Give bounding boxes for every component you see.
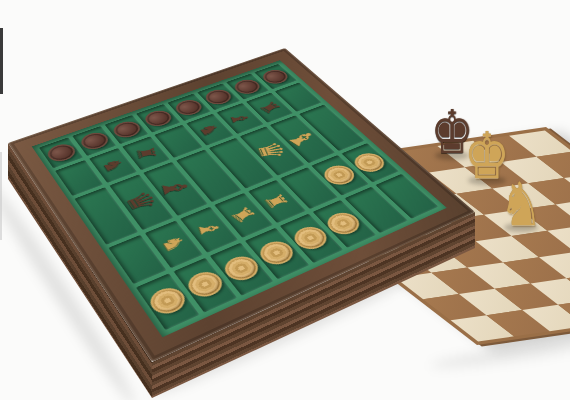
stored-light-pawn-disc[interactable] bbox=[289, 223, 333, 253]
stored-dark-pawn-disc[interactable] bbox=[43, 141, 78, 164]
stored-light-pawn-disc[interactable] bbox=[145, 284, 191, 319]
tray-piece-dark-rook-lying[interactable]: ♜ bbox=[255, 99, 284, 116]
tray-piece-dark-bishop-lying[interactable]: ♝ bbox=[156, 176, 194, 200]
standing-piece-light-knight[interactable]: ♞ bbox=[497, 174, 545, 234]
stored-dark-pawn-disc[interactable] bbox=[77, 130, 112, 152]
stored-dark-pawn-disc[interactable] bbox=[259, 67, 292, 86]
tray-piece-light-bishop-lying[interactable]: ♝ bbox=[194, 219, 224, 239]
board-shadow bbox=[430, 337, 570, 372]
stored-dark-pawn-disc[interactable] bbox=[201, 87, 235, 107]
scene-photo: ♞♜♞♝♜♛♝♛♝♞♝♜♜ ♚♚♞ bbox=[0, 0, 570, 400]
tray-piece-dark-knight-lying[interactable]: ♞ bbox=[195, 121, 224, 138]
stored-dark-pawn-disc[interactable] bbox=[109, 119, 144, 141]
tray-piece-dark-rook-lying[interactable]: ♜ bbox=[133, 145, 159, 161]
tray-piece-light-rook-lying[interactable]: ♜ bbox=[260, 191, 292, 212]
stored-light-pawn-disc[interactable] bbox=[322, 209, 365, 238]
tray-piece-light-rook-lying[interactable]: ♜ bbox=[226, 204, 259, 226]
stored-dark-pawn-disc[interactable] bbox=[172, 97, 206, 117]
stored-dark-pawn-disc[interactable] bbox=[141, 108, 175, 129]
stored-light-pawn-disc[interactable] bbox=[254, 237, 298, 268]
stored-dark-pawn-disc[interactable] bbox=[230, 77, 264, 96]
tray-piece-dark-knight-lying[interactable]: ♞ bbox=[98, 156, 128, 175]
photo-edge-artifact-smudge bbox=[0, 152, 2, 240]
tray-piece-light-knight-lying[interactable]: ♞ bbox=[157, 232, 190, 255]
tray-piece-dark-bishop-lying[interactable]: ♝ bbox=[227, 111, 253, 126]
stored-light-pawn-disc[interactable] bbox=[219, 252, 264, 284]
stored-light-pawn-disc[interactable] bbox=[182, 268, 227, 302]
photo-edge-artifact-bar bbox=[0, 28, 3, 94]
